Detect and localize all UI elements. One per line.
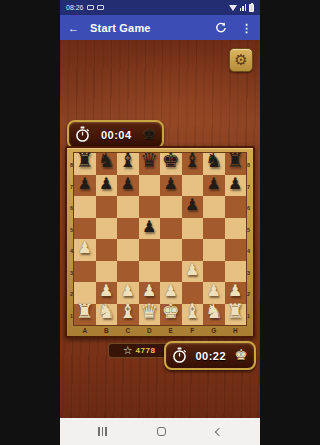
phone-screen: 08:26 ← Start Game ⋮ ⚙ [60,0,260,445]
home-button[interactable] [157,427,166,436]
overflow-menu-button[interactable]: ⋮ [241,23,252,33]
star-icon: ☆ [123,345,133,356]
square-d6[interactable] [139,196,161,218]
page-title: Start Game [90,22,151,34]
recents-button[interactable] [98,427,107,436]
white-queen: ♛ [139,300,161,322]
square-b6[interactable] [96,196,118,218]
white-king-icon: ♚ [235,348,248,363]
square-f7[interactable] [182,175,204,197]
black-pawn: ♟ [225,173,247,195]
square-f5[interactable] [182,218,204,240]
square-h2[interactable]: ♟ [225,282,247,304]
square-g4[interactable] [203,239,225,261]
white-pawn: ♟ [96,280,118,302]
square-d2[interactable]: ♟ [139,282,161,304]
black-bishop: ♝ [182,149,204,171]
status-time: 08:26 [66,4,84,11]
square-b4[interactable] [96,239,118,261]
black-pawn: ♟ [74,173,96,195]
square-a7[interactable]: ♟ [74,175,96,197]
file-label-c: C [117,325,139,336]
rank-labels-right: 87654321 [245,155,252,327]
stopwatch-icon [75,126,90,143]
black-pawn: ♟ [160,173,182,195]
square-f6[interactable]: ♟ [182,196,204,218]
signal-icon [240,4,247,11]
square-f2[interactable] [182,282,204,304]
screenshot-icon [87,5,94,10]
white-rook: ♜ [225,300,247,322]
square-f3[interactable]: ♟ [182,261,204,283]
settings-button[interactable]: ⚙ [229,48,253,72]
rank-label-1: 1 [245,306,252,328]
square-g5[interactable] [203,218,225,240]
white-clock-time: 00:22 [191,350,231,362]
white-clock: 00:22 ♚ [164,341,256,370]
white-knight: ♞ [203,300,225,322]
square-h7[interactable]: ♟ [225,175,247,197]
chess-board: 87654321 87654321 ♜♞♝♛♚♝♞♜♟♟♟♟♟♟♟♟♟♟♟♟♟♟… [65,146,255,338]
square-h5[interactable] [225,218,247,240]
rank-label-4: 4 [245,241,252,263]
app-bar: ← Start Game ⋮ [60,15,260,40]
square-a1[interactable]: ♜ [74,304,96,326]
white-pawn: ♟ [160,280,182,302]
square-e7[interactable]: ♟ [160,175,182,197]
square-b1[interactable]: ♞ [96,304,118,326]
rank-label-2: 2 [245,284,252,306]
back-button[interactable]: ← [68,22,84,34]
black-king-icon: ♚ [143,127,156,142]
black-pawn: ♟ [182,194,204,216]
file-label-d: D [139,325,161,336]
square-h1[interactable]: ♜ [225,304,247,326]
square-h4[interactable] [225,239,247,261]
file-label-f: F [182,325,204,336]
black-pawn: ♟ [203,173,225,195]
square-b2[interactable]: ♟ [96,282,118,304]
rank-label-3: 3 [245,263,252,285]
score-value: 4778 [136,346,156,355]
white-pawn: ♟ [182,259,204,281]
square-d3[interactable] [139,261,161,283]
square-h6[interactable] [225,196,247,218]
white-pawn: ♟ [139,280,161,302]
square-c1[interactable]: ♝ [117,304,139,326]
square-a8[interactable]: ♜ [74,153,96,175]
file-label-a: A [74,325,96,336]
white-bishop: ♝ [182,300,204,322]
file-label-e: E [160,325,182,336]
file-label-b: B [96,325,118,336]
square-g7[interactable]: ♟ [203,175,225,197]
black-knight: ♞ [203,149,225,171]
square-b3[interactable] [96,261,118,283]
square-g2[interactable]: ♟ [203,282,225,304]
gear-icon: ⚙ [234,53,247,68]
white-rook: ♜ [74,300,96,322]
square-c7[interactable]: ♟ [117,175,139,197]
black-clock-time: 00:04 [94,129,139,141]
rank-label-5: 5 [245,220,252,242]
white-pawn: ♟ [117,280,139,302]
white-bishop: ♝ [117,300,139,322]
black-rook: ♜ [225,149,247,171]
square-e3[interactable] [160,261,182,283]
status-bar: 08:26 [60,0,260,15]
file-label-g: G [203,325,225,336]
score-counter: ☆ 4778 [108,343,170,358]
square-c6[interactable] [117,196,139,218]
square-e1[interactable]: ♚ [160,304,182,326]
square-e4[interactable] [160,239,182,261]
black-king: ♚ [160,149,182,171]
file-labels: ABCDEFGH [74,325,246,336]
square-a3[interactable] [74,261,96,283]
square-c4[interactable] [117,239,139,261]
square-c5[interactable] [117,218,139,240]
white-knight: ♞ [96,300,118,322]
square-f1[interactable]: ♝ [182,304,204,326]
black-pawn: ♟ [96,173,118,195]
stopwatch-icon [172,347,187,364]
square-b8[interactable]: ♞ [96,153,118,175]
square-h8[interactable]: ♜ [225,153,247,175]
white-king: ♚ [160,300,182,322]
square-b5[interactable] [96,218,118,240]
square-f8[interactable]: ♝ [182,153,204,175]
android-nav-bar [60,418,260,445]
square-e5[interactable] [160,218,182,240]
white-pawn: ♟ [225,280,247,302]
square-d5[interactable]: ♟ [139,218,161,240]
square-d1[interactable]: ♛ [139,304,161,326]
keyboard-icon [97,5,104,10]
nav-back-button[interactable] [215,427,223,435]
wood-background: ⚙ 00:04 ♚ 87654321 87654321 ♜♞♝♛♚♝♞♜♟♟♟♟… [60,40,260,418]
square-g8[interactable]: ♞ [203,153,225,175]
white-pawn: ♟ [74,237,96,259]
wifi-icon [229,5,237,11]
rank-label-8: 8 [245,155,252,177]
square-h3[interactable] [225,261,247,283]
square-e8[interactable]: ♚ [160,153,182,175]
battery-icon [249,4,254,12]
black-rook: ♜ [74,149,96,171]
square-f4[interactable] [182,239,204,261]
rank-label-7: 7 [245,177,252,199]
square-d8[interactable]: ♛ [139,153,161,175]
file-label-h: H [225,325,247,336]
square-a2[interactable] [74,282,96,304]
refresh-button[interactable] [215,22,227,34]
board-squares: ♜♞♝♛♚♝♞♜♟♟♟♟♟♟♟♟♟♟♟♟♟♟♟♟♜♞♝♛♚♝♞♜ [74,153,246,325]
square-c3[interactable] [117,261,139,283]
square-c8[interactable]: ♝ [117,153,139,175]
square-a6[interactable] [74,196,96,218]
square-a4[interactable]: ♟ [74,239,96,261]
square-g6[interactable] [203,196,225,218]
square-c2[interactable]: ♟ [117,282,139,304]
white-pawn: ♟ [203,280,225,302]
rank-label-6: 6 [245,198,252,220]
square-a5[interactable] [74,218,96,240]
square-g3[interactable] [203,261,225,283]
black-clock: 00:04 ♚ [67,120,164,149]
square-b7[interactable]: ♟ [96,175,118,197]
square-g1[interactable]: ♞ [203,304,225,326]
black-pawn: ♟ [117,173,139,195]
square-e6[interactable] [160,196,182,218]
square-e2[interactable]: ♟ [160,282,182,304]
black-bishop: ♝ [117,149,139,171]
square-d4[interactable] [139,239,161,261]
black-queen: ♛ [139,149,161,171]
black-pawn: ♟ [139,216,161,238]
black-knight: ♞ [96,149,118,171]
square-d7[interactable] [139,175,161,197]
